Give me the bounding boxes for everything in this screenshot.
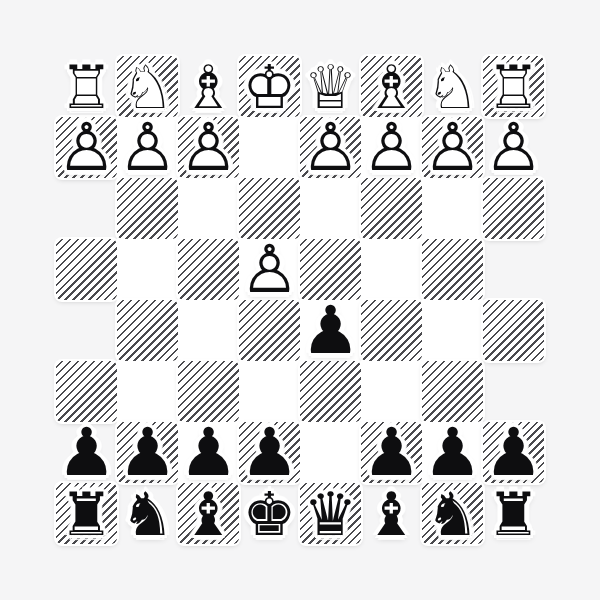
square-h7: ♟♟ — [56, 422, 117, 483]
square-a2: ♟♙ — [483, 117, 544, 178]
white-rook: ♜♖ — [483, 56, 544, 117]
square-h6 — [56, 361, 117, 422]
square-b8: ♞♞ — [422, 483, 483, 544]
white-pawn-sticker-halo: ♟ — [423, 115, 482, 181]
white-pawn-glyph: ♙ — [118, 115, 177, 181]
white-rook-glyph: ♖ — [487, 57, 541, 117]
square-e3 — [239, 178, 300, 239]
square-d4 — [300, 239, 361, 300]
white-knight-glyph: ♘ — [121, 57, 175, 117]
white-rook: ♜♖ — [56, 56, 117, 117]
square-d2: ♟♙ — [300, 117, 361, 178]
white-bishop-glyph: ♗ — [365, 57, 419, 117]
square-b5 — [422, 300, 483, 361]
square-f5 — [178, 300, 239, 361]
square-a6 — [483, 361, 544, 422]
black-queen: ♛♛ — [300, 483, 361, 544]
white-pawn-glyph: ♙ — [301, 115, 360, 181]
square-g4 — [117, 239, 178, 300]
black-king: ♚♚ — [239, 483, 300, 544]
white-pawn: ♟♙ — [56, 117, 117, 178]
square-f3 — [178, 178, 239, 239]
square-c6 — [361, 361, 422, 422]
square-d8: ♛♛ — [300, 483, 361, 544]
square-e5 — [239, 300, 300, 361]
black-pawn-sticker-halo: ♟ — [362, 420, 421, 486]
black-pawn-sticker-halo: ♟ — [301, 298, 360, 364]
black-pawn-glyph: ♟ — [179, 420, 238, 486]
square-h2: ♟♙ — [56, 117, 117, 178]
square-g8: ♞♞ — [117, 483, 178, 544]
square-e4: ♟♙ — [239, 239, 300, 300]
white-knight-sticker-halo: ♞ — [121, 57, 175, 117]
white-pawn-glyph: ♙ — [57, 115, 116, 181]
black-rook: ♜♜ — [483, 483, 544, 544]
square-g5 — [117, 300, 178, 361]
square-b6 — [422, 361, 483, 422]
white-pawn-sticker-halo: ♟ — [484, 115, 543, 181]
square-g6 — [117, 361, 178, 422]
black-pawn: ♟♟ — [422, 422, 483, 483]
black-king-sticker-halo: ♚ — [243, 484, 297, 544]
square-c4 — [361, 239, 422, 300]
square-e8: ♚♚ — [239, 483, 300, 544]
black-pawn: ♟♟ — [239, 422, 300, 483]
white-pawn: ♟♙ — [483, 117, 544, 178]
white-pawn: ♟♙ — [300, 117, 361, 178]
white-pawn-sticker-halo: ♟ — [301, 115, 360, 181]
white-bishop-sticker-halo: ♝ — [365, 57, 419, 117]
black-pawn: ♟♟ — [483, 422, 544, 483]
square-h1: ♜♖ — [56, 56, 117, 117]
white-rook-glyph: ♖ — [60, 57, 114, 117]
square-d6 — [300, 361, 361, 422]
black-queen-glyph: ♛ — [304, 484, 358, 544]
black-pawn-glyph: ♟ — [57, 420, 116, 486]
white-king-glyph: ♔ — [243, 57, 297, 117]
white-pawn: ♟♙ — [361, 117, 422, 178]
square-c7: ♟♟ — [361, 422, 422, 483]
square-h8: ♜♜ — [56, 483, 117, 544]
white-knight-glyph: ♘ — [426, 57, 480, 117]
square-f6 — [178, 361, 239, 422]
black-pawn: ♟♟ — [361, 422, 422, 483]
white-rook-sticker-halo: ♜ — [487, 57, 541, 117]
white-pawn-sticker-halo: ♟ — [362, 115, 421, 181]
white-queen-glyph: ♕ — [304, 57, 358, 117]
white-knight-sticker-halo: ♞ — [426, 57, 480, 117]
black-knight-sticker-halo: ♞ — [121, 484, 175, 544]
white-bishop-sticker-halo: ♝ — [182, 57, 236, 117]
white-king: ♚♔ — [239, 56, 300, 117]
black-knight-glyph: ♞ — [121, 484, 175, 544]
square-g2: ♟♙ — [117, 117, 178, 178]
square-b1: ♞♘ — [422, 56, 483, 117]
black-pawn: ♟♟ — [56, 422, 117, 483]
square-a1: ♜♖ — [483, 56, 544, 117]
white-knight: ♞♘ — [422, 56, 483, 117]
black-bishop-glyph: ♝ — [365, 484, 419, 544]
black-pawn-sticker-halo: ♟ — [240, 420, 299, 486]
square-h5 — [56, 300, 117, 361]
black-queen-sticker-halo: ♛ — [304, 484, 358, 544]
black-rook-glyph: ♜ — [60, 484, 114, 544]
black-rook: ♜♜ — [56, 483, 117, 544]
square-f4 — [178, 239, 239, 300]
square-g3 — [117, 178, 178, 239]
black-bishop-sticker-halo: ♝ — [182, 484, 236, 544]
white-queen-sticker-halo: ♛ — [304, 57, 358, 117]
white-pawn-sticker-halo: ♟ — [118, 115, 177, 181]
chess-board: ♜♖♞♘♝♗♚♔♛♕♝♗♞♘♜♖♟♙♟♙♟♙♟♙♟♙♟♙♟♙♟♙♟♟♟♟♟♟♟♟… — [56, 56, 544, 544]
square-c5 — [361, 300, 422, 361]
white-pawn-glyph: ♙ — [484, 115, 543, 181]
square-b7: ♟♟ — [422, 422, 483, 483]
black-knight: ♞♞ — [422, 483, 483, 544]
black-bishop-sticker-halo: ♝ — [365, 484, 419, 544]
square-c8: ♝♝ — [361, 483, 422, 544]
white-bishop: ♝♗ — [361, 56, 422, 117]
white-pawn-glyph: ♙ — [423, 115, 482, 181]
black-king-glyph: ♚ — [243, 484, 297, 544]
square-a3 — [483, 178, 544, 239]
white-pawn-glyph: ♙ — [179, 115, 238, 181]
square-h4 — [56, 239, 117, 300]
square-g7: ♟♟ — [117, 422, 178, 483]
black-rook-sticker-halo: ♜ — [60, 484, 114, 544]
black-rook-sticker-halo: ♜ — [487, 484, 541, 544]
black-pawn-glyph: ♟ — [362, 420, 421, 486]
black-pawn-sticker-halo: ♟ — [484, 420, 543, 486]
white-pawn-sticker-halo: ♟ — [57, 115, 116, 181]
square-d5: ♟♟ — [300, 300, 361, 361]
square-a5 — [483, 300, 544, 361]
white-pawn-sticker-halo: ♟ — [179, 115, 238, 181]
white-king-sticker-halo: ♚ — [243, 57, 297, 117]
black-pawn-glyph: ♟ — [484, 420, 543, 486]
black-bishop: ♝♝ — [361, 483, 422, 544]
white-pawn-glyph: ♙ — [362, 115, 421, 181]
square-e6 — [239, 361, 300, 422]
black-pawn: ♟♟ — [300, 300, 361, 361]
square-b3 — [422, 178, 483, 239]
black-pawn-sticker-halo: ♟ — [179, 420, 238, 486]
black-pawn-glyph: ♟ — [423, 420, 482, 486]
black-bishop: ♝♝ — [178, 483, 239, 544]
white-bishop: ♝♗ — [178, 56, 239, 117]
black-knight-glyph: ♞ — [426, 484, 480, 544]
square-d3 — [300, 178, 361, 239]
square-f1: ♝♗ — [178, 56, 239, 117]
square-c3 — [361, 178, 422, 239]
black-pawn-glyph: ♟ — [301, 298, 360, 364]
black-pawn: ♟♟ — [117, 422, 178, 483]
black-pawn-sticker-halo: ♟ — [118, 420, 177, 486]
square-a7: ♟♟ — [483, 422, 544, 483]
white-queen: ♛♕ — [300, 56, 361, 117]
square-c2: ♟♙ — [361, 117, 422, 178]
square-d1: ♛♕ — [300, 56, 361, 117]
square-g1: ♞♘ — [117, 56, 178, 117]
white-knight: ♞♘ — [117, 56, 178, 117]
white-pawn: ♟♙ — [422, 117, 483, 178]
square-c1: ♝♗ — [361, 56, 422, 117]
black-rook-glyph: ♜ — [487, 484, 541, 544]
square-h3 — [56, 178, 117, 239]
black-pawn-glyph: ♟ — [240, 420, 299, 486]
square-a4 — [483, 239, 544, 300]
square-d7 — [300, 422, 361, 483]
square-f8: ♝♝ — [178, 483, 239, 544]
white-pawn-glyph: ♙ — [240, 237, 299, 303]
square-a8: ♜♜ — [483, 483, 544, 544]
square-b2: ♟♙ — [422, 117, 483, 178]
black-knight: ♞♞ — [117, 483, 178, 544]
white-bishop-glyph: ♗ — [182, 57, 236, 117]
white-rook-sticker-halo: ♜ — [60, 57, 114, 117]
square-e7: ♟♟ — [239, 422, 300, 483]
black-pawn-sticker-halo: ♟ — [57, 420, 116, 486]
black-pawn-sticker-halo: ♟ — [423, 420, 482, 486]
square-e1: ♚♔ — [239, 56, 300, 117]
square-b4 — [422, 239, 483, 300]
white-pawn: ♟♙ — [117, 117, 178, 178]
white-pawn: ♟♙ — [239, 239, 300, 300]
black-bishop-glyph: ♝ — [182, 484, 236, 544]
black-pawn-glyph: ♟ — [118, 420, 177, 486]
white-pawn: ♟♙ — [178, 117, 239, 178]
black-knight-sticker-halo: ♞ — [426, 484, 480, 544]
black-pawn: ♟♟ — [178, 422, 239, 483]
square-e2 — [239, 117, 300, 178]
square-f2: ♟♙ — [178, 117, 239, 178]
square-f7: ♟♟ — [178, 422, 239, 483]
white-pawn-sticker-halo: ♟ — [240, 237, 299, 303]
chess-sticker-image: ♜♖♞♘♝♗♚♔♛♕♝♗♞♘♜♖♟♙♟♙♟♙♟♙♟♙♟♙♟♙♟♙♟♟♟♟♟♟♟♟… — [0, 0, 600, 600]
